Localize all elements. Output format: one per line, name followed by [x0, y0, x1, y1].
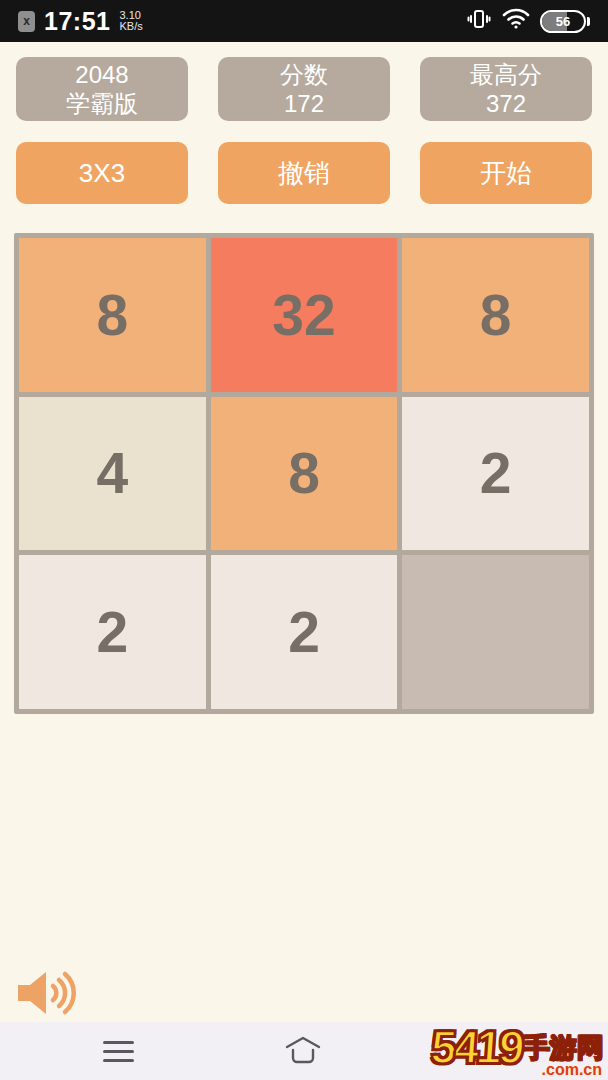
recents-menu-button[interactable]: [83, 1022, 153, 1080]
vibrate-icon: [466, 6, 492, 36]
speaker-icon: [16, 1006, 80, 1021]
phone-screen: x 17:51 3.10 KB/s: [0, 0, 608, 1080]
battery-icon: 56: [540, 10, 590, 33]
title-line1: 2048: [75, 60, 128, 89]
undo-button[interactable]: 撤销: [218, 142, 390, 204]
tile-r3c3-empty: [402, 555, 589, 709]
tile-r2c2: 8: [211, 397, 398, 551]
tile-r1c2: 32: [211, 238, 398, 392]
title-badge: 2048 学霸版: [16, 57, 188, 121]
tile-r2c3: 2: [402, 397, 589, 551]
menu-icon: [103, 1041, 134, 1062]
best-score-value: 372: [486, 89, 526, 118]
clock: 17:51: [44, 7, 110, 36]
tile-r1c1: 8: [19, 238, 206, 392]
tile-r3c2: 2: [211, 555, 398, 709]
no-sim-icon: x: [18, 11, 35, 32]
wifi-icon: [502, 7, 530, 35]
controls-row: 3X3 撤销 开始: [0, 142, 608, 204]
home-icon: [284, 1035, 322, 1068]
network-speed: 3.10 KB/s: [119, 10, 142, 32]
tile-r3c1: 2: [19, 555, 206, 709]
battery-percent: 56: [542, 14, 584, 29]
network-speed-unit: KB/s: [119, 21, 142, 32]
sound-toggle-button[interactable]: [16, 968, 80, 1018]
score-value: 172: [284, 89, 324, 118]
title-line2: 学霸版: [66, 89, 138, 118]
score-label: 分数: [280, 60, 328, 89]
tile-r2c1: 4: [19, 397, 206, 551]
tile-r1c3: 8: [402, 238, 589, 392]
header: 2048 学霸版 分数 172 最高分 372: [0, 57, 608, 121]
grid-size-button[interactable]: 3X3: [16, 142, 188, 204]
game-board[interactable]: 8 32 8 4 8 2 2 2: [14, 233, 594, 714]
start-button[interactable]: 开始: [420, 142, 592, 204]
best-score-badge: 最高分 372: [420, 57, 592, 121]
status-bar: x 17:51 3.10 KB/s: [0, 0, 608, 42]
best-score-label: 最高分: [470, 60, 542, 89]
score-badge: 分数 172: [218, 57, 390, 121]
navigation-bar: [0, 1022, 608, 1080]
home-button[interactable]: [268, 1022, 338, 1080]
